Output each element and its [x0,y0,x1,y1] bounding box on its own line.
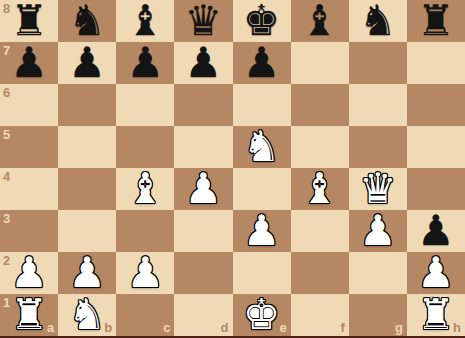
square-b1[interactable]: b♞ [58,294,116,336]
square-b5[interactable] [58,126,116,168]
square-d5[interactable] [174,126,232,168]
square-f1[interactable]: f [291,294,349,336]
square-a1[interactable]: 1a♜ [0,294,58,336]
piece-black-bishop[interactable]: ♝ [301,0,339,42]
file-label-g: g [395,320,403,335]
square-b2[interactable]: ♟ [58,252,116,294]
square-b7[interactable]: ♟ [58,42,116,84]
rank-label-3: 3 [3,211,10,226]
square-f3[interactable] [291,210,349,252]
square-h2[interactable]: ♟ [407,252,465,294]
square-h6[interactable] [407,84,465,126]
square-a7[interactable]: 7♟ [0,42,58,84]
square-a5[interactable]: 5 [0,126,58,168]
piece-black-knight[interactable]: ♞ [68,0,106,42]
file-label-e: e [279,320,286,335]
piece-white-knight[interactable]: ♞ [243,126,281,168]
square-h5[interactable] [407,126,465,168]
piece-white-pawn[interactable]: ♟ [68,252,106,294]
square-a6[interactable]: 6 [0,84,58,126]
square-e5[interactable]: ♞ [233,126,291,168]
rank-label-1: 1 [3,295,10,310]
square-e4[interactable] [233,168,291,210]
square-f4[interactable]: ♝ [291,168,349,210]
square-a3[interactable]: 3 [0,210,58,252]
piece-white-pawn[interactable]: ♟ [359,210,397,252]
piece-white-bishop[interactable]: ♝ [126,168,164,210]
square-c6[interactable] [116,84,174,126]
piece-black-rook[interactable]: ♜ [10,0,48,42]
square-h8[interactable]: ♜ [407,0,465,42]
piece-black-queen[interactable]: ♛ [185,0,223,42]
square-f6[interactable] [291,84,349,126]
square-d3[interactable] [174,210,232,252]
square-g2[interactable] [349,252,407,294]
square-d7[interactable]: ♟ [174,42,232,84]
piece-black-pawn[interactable]: ♟ [126,42,164,84]
square-h4[interactable] [407,168,465,210]
piece-white-pawn[interactable]: ♟ [417,252,455,294]
square-h1[interactable]: h♜ [407,294,465,336]
square-c5[interactable] [116,126,174,168]
piece-white-pawn[interactable]: ♟ [126,252,164,294]
file-label-c: c [163,320,170,335]
square-c7[interactable]: ♟ [116,42,174,84]
square-a8[interactable]: 8♜ [0,0,58,42]
square-d1[interactable]: d [174,294,232,336]
rank-label-5: 5 [3,127,10,142]
square-e8[interactable]: ♚ [233,0,291,42]
piece-white-bishop[interactable]: ♝ [301,168,339,210]
rank-label-6: 6 [3,85,10,100]
square-g5[interactable] [349,126,407,168]
rank-label-8: 8 [3,1,10,16]
square-b4[interactable] [58,168,116,210]
piece-white-pawn[interactable]: ♟ [10,252,48,294]
piece-white-pawn[interactable]: ♟ [243,210,281,252]
rank-label-4: 4 [3,169,10,184]
square-g7[interactable] [349,42,407,84]
square-g1[interactable]: g [349,294,407,336]
piece-white-rook[interactable]: ♜ [10,294,48,336]
piece-white-rook[interactable]: ♜ [417,294,455,336]
square-f5[interactable] [291,126,349,168]
square-g6[interactable] [349,84,407,126]
piece-black-knight[interactable]: ♞ [359,0,397,42]
square-c8[interactable]: ♝ [116,0,174,42]
square-h3[interactable]: ♟ [407,210,465,252]
file-label-d: d [221,320,229,335]
square-b3[interactable] [58,210,116,252]
square-e7[interactable]: ♟ [233,42,291,84]
square-d2[interactable] [174,252,232,294]
rank-label-7: 7 [3,43,10,58]
square-c4[interactable]: ♝ [116,168,174,210]
square-d4[interactable]: ♟ [174,168,232,210]
file-label-f: f [340,320,344,335]
square-h7[interactable] [407,42,465,84]
square-f7[interactable] [291,42,349,84]
square-f8[interactable]: ♝ [291,0,349,42]
piece-white-knight[interactable]: ♞ [68,294,106,336]
square-c1[interactable]: c [116,294,174,336]
file-label-a: a [47,320,54,335]
piece-black-bishop[interactable]: ♝ [126,0,164,42]
square-a4[interactable]: 4 [0,168,58,210]
chess-board: 8♜♞♝♛♚♝♞♜7♟♟♟♟♟65♞4♝♟♝♛3♟♟♟2♟♟♟♟1a♜b♞cde… [0,0,465,338]
piece-white-king[interactable]: ♚ [243,294,281,336]
square-g4[interactable]: ♛ [349,168,407,210]
rank-label-2: 2 [3,253,10,268]
piece-black-king[interactable]: ♚ [243,0,281,42]
square-b6[interactable] [58,84,116,126]
piece-black-pawn[interactable]: ♟ [10,42,48,84]
square-e2[interactable] [233,252,291,294]
square-e1[interactable]: e♚ [233,294,291,336]
square-g3[interactable]: ♟ [349,210,407,252]
piece-black-pawn[interactable]: ♟ [68,42,106,84]
square-a2[interactable]: 2♟ [0,252,58,294]
piece-black-rook[interactable]: ♜ [417,0,455,42]
square-b8[interactable]: ♞ [58,0,116,42]
piece-black-pawn[interactable]: ♟ [185,42,223,84]
square-c3[interactable] [116,210,174,252]
square-c2[interactable]: ♟ [116,252,174,294]
square-d8[interactable]: ♛ [174,0,232,42]
square-d6[interactable] [174,84,232,126]
piece-white-pawn[interactable]: ♟ [185,168,223,210]
piece-black-pawn[interactable]: ♟ [243,42,281,84]
piece-black-pawn[interactable]: ♟ [417,210,455,252]
piece-white-queen[interactable]: ♛ [359,168,397,210]
square-f2[interactable] [291,252,349,294]
square-g8[interactable]: ♞ [349,0,407,42]
square-e6[interactable] [233,84,291,126]
square-e3[interactable]: ♟ [233,210,291,252]
